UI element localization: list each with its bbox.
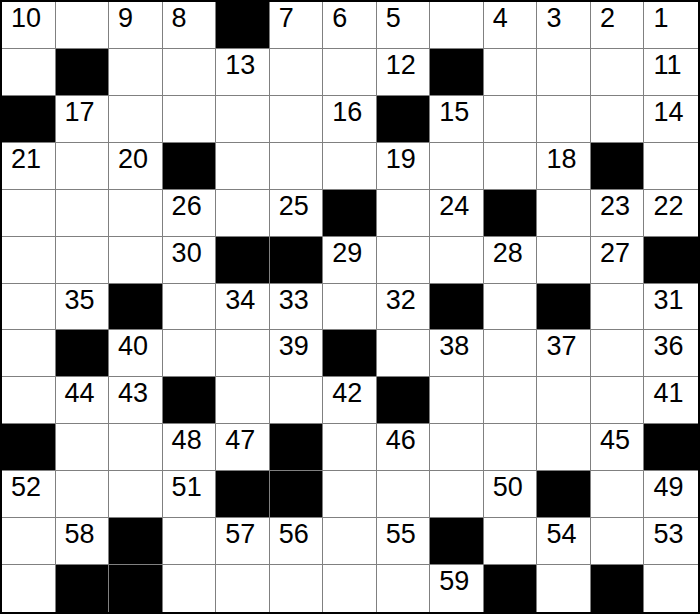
cell-r1c13[interactable]: 1 xyxy=(644,2,698,49)
cell-r3c7[interactable]: 16 xyxy=(323,96,377,143)
clue-number: 34 xyxy=(225,286,255,314)
black-cell-r13c10 xyxy=(484,565,538,612)
cell-r7c5[interactable]: 34 xyxy=(216,284,270,331)
crossword-page: 1098765432113121117161514212019182625242… xyxy=(0,0,700,614)
clue-number: 36 xyxy=(653,332,683,360)
black-cell-r5c7 xyxy=(323,190,377,237)
clue-number: 53 xyxy=(653,520,683,548)
cell-r10c2[interactable] xyxy=(56,424,110,471)
cell-r4c3[interactable]: 20 xyxy=(109,143,163,190)
cell-r1c6[interactable]: 7 xyxy=(270,2,324,49)
clue-number: 14 xyxy=(653,98,683,126)
cell-r8c8[interactable] xyxy=(377,330,431,377)
cell-r6c12[interactable]: 27 xyxy=(591,237,645,284)
clue-number: 57 xyxy=(225,520,255,548)
cell-r2c13[interactable]: 11 xyxy=(644,49,698,96)
cell-r5c5[interactable] xyxy=(216,190,270,237)
cell-r7c7[interactable] xyxy=(323,284,377,331)
cell-r8c11[interactable]: 37 xyxy=(537,330,591,377)
clue-number: 54 xyxy=(546,520,576,548)
clue-number: 4 xyxy=(493,4,508,32)
cell-r9c6[interactable] xyxy=(270,377,324,424)
cell-r12c2[interactable]: 58 xyxy=(56,518,110,565)
cell-r9c5[interactable] xyxy=(216,377,270,424)
cell-r13c1[interactable] xyxy=(2,565,56,612)
cell-r3c12[interactable] xyxy=(591,96,645,143)
cell-r13c8[interactable] xyxy=(377,565,431,612)
black-cell-r13c12 xyxy=(591,565,645,612)
black-cell-r13c2 xyxy=(56,565,110,612)
cell-r13c5[interactable] xyxy=(216,565,270,612)
clue-number: 13 xyxy=(225,51,255,79)
cell-r8c1[interactable] xyxy=(2,330,56,377)
clue-number: 51 xyxy=(172,473,202,501)
cell-r5c4[interactable]: 26 xyxy=(163,190,217,237)
cell-r12c1[interactable] xyxy=(2,518,56,565)
cell-r5c13[interactable]: 22 xyxy=(644,190,698,237)
cell-r1c8[interactable]: 5 xyxy=(377,2,431,49)
cell-r6c11[interactable] xyxy=(537,237,591,284)
cell-r11c9[interactable] xyxy=(430,471,484,518)
cell-r12c12[interactable] xyxy=(591,518,645,565)
cell-r8c13[interactable]: 36 xyxy=(644,330,698,377)
cell-r1c2[interactable] xyxy=(56,2,110,49)
cell-r9c1[interactable] xyxy=(2,377,56,424)
clue-number: 12 xyxy=(386,51,416,79)
cell-r3c11[interactable] xyxy=(537,96,591,143)
clue-number: 59 xyxy=(439,567,469,595)
cell-r10c5[interactable]: 47 xyxy=(216,424,270,471)
cell-r10c10[interactable] xyxy=(484,424,538,471)
clue-number: 28 xyxy=(493,239,523,267)
clue-number: 27 xyxy=(600,239,630,267)
black-cell-r11c5 xyxy=(216,471,270,518)
cell-r2c11[interactable] xyxy=(537,49,591,96)
cell-r10c8[interactable]: 46 xyxy=(377,424,431,471)
cell-r3c10[interactable] xyxy=(484,96,538,143)
black-cell-r9c8 xyxy=(377,377,431,424)
clue-number: 38 xyxy=(439,332,469,360)
black-cell-r1c5 xyxy=(216,2,270,49)
cell-r13c7[interactable] xyxy=(323,565,377,612)
cell-r4c10[interactable] xyxy=(484,143,538,190)
cell-r13c9[interactable]: 59 xyxy=(430,565,484,612)
clue-number: 21 xyxy=(11,145,41,173)
cell-r8c4[interactable] xyxy=(163,330,217,377)
cell-r1c4[interactable]: 8 xyxy=(163,2,217,49)
cell-r2c5[interactable]: 13 xyxy=(216,49,270,96)
black-cell-r3c1 xyxy=(2,96,56,143)
clue-number: 30 xyxy=(172,239,202,267)
cell-r7c2[interactable]: 35 xyxy=(56,284,110,331)
clue-number: 45 xyxy=(600,426,630,454)
black-cell-r13c3 xyxy=(109,565,163,612)
clue-number: 10 xyxy=(11,4,41,32)
clue-number: 9 xyxy=(118,4,133,32)
black-cell-r9c4 xyxy=(163,377,217,424)
cell-r6c1[interactable] xyxy=(2,237,56,284)
black-cell-r7c9 xyxy=(430,284,484,331)
clue-number: 18 xyxy=(546,145,576,173)
black-cell-r11c6 xyxy=(270,471,324,518)
black-cell-r12c3 xyxy=(109,518,163,565)
cell-r3c9[interactable]: 15 xyxy=(430,96,484,143)
cell-r8c5[interactable] xyxy=(216,330,270,377)
clue-number: 20 xyxy=(118,145,148,173)
clue-number: 48 xyxy=(172,426,202,454)
black-cell-r8c7 xyxy=(323,330,377,377)
cell-r1c3[interactable]: 9 xyxy=(109,2,163,49)
black-cell-r4c4 xyxy=(163,143,217,190)
cell-r6c4[interactable]: 30 xyxy=(163,237,217,284)
cell-r11c1[interactable]: 52 xyxy=(2,471,56,518)
cell-r6c10[interactable]: 28 xyxy=(484,237,538,284)
black-cell-r6c5 xyxy=(216,237,270,284)
cell-r10c7[interactable] xyxy=(323,424,377,471)
cell-r10c3[interactable] xyxy=(109,424,163,471)
cell-r3c4[interactable] xyxy=(163,96,217,143)
clue-number: 7 xyxy=(279,4,294,32)
cell-r9c2[interactable]: 44 xyxy=(56,377,110,424)
black-cell-r10c6 xyxy=(270,424,324,471)
cell-r7c8[interactable]: 32 xyxy=(377,284,431,331)
cell-r7c10[interactable] xyxy=(484,284,538,331)
clue-number: 56 xyxy=(279,520,309,548)
cell-r9c10[interactable] xyxy=(484,377,538,424)
cell-r9c3[interactable]: 43 xyxy=(109,377,163,424)
cell-r12c8[interactable]: 55 xyxy=(377,518,431,565)
cell-r4c2[interactable] xyxy=(56,143,110,190)
cell-r11c4[interactable]: 51 xyxy=(163,471,217,518)
cell-r10c9[interactable] xyxy=(430,424,484,471)
clue-number: 58 xyxy=(65,520,95,548)
cell-r9c11[interactable] xyxy=(537,377,591,424)
cell-r3c13[interactable]: 14 xyxy=(644,96,698,143)
cell-r13c11[interactable] xyxy=(537,565,591,612)
cell-r2c6[interactable] xyxy=(270,49,324,96)
cell-r7c13[interactable]: 31 xyxy=(644,284,698,331)
cell-r6c7[interactable]: 29 xyxy=(323,237,377,284)
cell-r3c2[interactable]: 17 xyxy=(56,96,110,143)
clue-number: 40 xyxy=(118,332,148,360)
cell-r5c3[interactable] xyxy=(109,190,163,237)
black-cell-r4c12 xyxy=(591,143,645,190)
black-cell-r6c13 xyxy=(644,237,698,284)
cell-r12c10[interactable] xyxy=(484,518,538,565)
clue-number: 44 xyxy=(65,379,95,407)
cell-r11c13[interactable]: 49 xyxy=(644,471,698,518)
cell-r5c2[interactable] xyxy=(56,190,110,237)
cell-r9c13[interactable]: 41 xyxy=(644,377,698,424)
cell-r6c3[interactable] xyxy=(109,237,163,284)
clue-number: 5 xyxy=(386,4,401,32)
clue-number: 37 xyxy=(546,332,576,360)
clue-number: 17 xyxy=(65,98,95,126)
clue-number: 23 xyxy=(600,192,630,220)
clue-number: 35 xyxy=(65,286,95,314)
cell-r2c7[interactable] xyxy=(323,49,377,96)
cell-r4c1[interactable]: 21 xyxy=(2,143,56,190)
black-cell-r12c9 xyxy=(430,518,484,565)
cell-r2c4[interactable] xyxy=(163,49,217,96)
clue-number: 6 xyxy=(332,4,347,32)
clue-number: 50 xyxy=(493,473,523,501)
cell-r9c7[interactable]: 42 xyxy=(323,377,377,424)
cell-r2c1[interactable] xyxy=(2,49,56,96)
black-cell-r8c2 xyxy=(56,330,110,377)
cell-r8c10[interactable] xyxy=(484,330,538,377)
cell-r13c6[interactable] xyxy=(270,565,324,612)
cell-r4c11[interactable]: 18 xyxy=(537,143,591,190)
cell-r1c9[interactable] xyxy=(430,2,484,49)
cell-r2c3[interactable] xyxy=(109,49,163,96)
black-cell-r10c1 xyxy=(2,424,56,471)
cell-r9c9[interactable] xyxy=(430,377,484,424)
cell-r3c3[interactable] xyxy=(109,96,163,143)
clue-number: 1 xyxy=(653,4,668,32)
cell-r7c12[interactable] xyxy=(591,284,645,331)
cell-r7c1[interactable] xyxy=(2,284,56,331)
cell-r8c12[interactable] xyxy=(591,330,645,377)
clue-number: 2 xyxy=(600,4,615,32)
cell-r8c6[interactable]: 39 xyxy=(270,330,324,377)
black-cell-r3c8 xyxy=(377,96,431,143)
cell-r12c7[interactable] xyxy=(323,518,377,565)
clue-number: 15 xyxy=(439,98,469,126)
clue-number: 24 xyxy=(439,192,469,220)
black-cell-r7c11 xyxy=(537,284,591,331)
cell-r8c3[interactable]: 40 xyxy=(109,330,163,377)
cell-r2c12[interactable] xyxy=(591,49,645,96)
clue-number: 26 xyxy=(172,192,202,220)
clue-number: 52 xyxy=(11,473,41,501)
cell-r1c7[interactable]: 6 xyxy=(323,2,377,49)
cell-r12c4[interactable] xyxy=(163,518,217,565)
cell-r11c3[interactable] xyxy=(109,471,163,518)
clue-number: 19 xyxy=(386,145,416,173)
cell-r3c6[interactable] xyxy=(270,96,324,143)
cell-r6c8[interactable] xyxy=(377,237,431,284)
black-cell-r6c6 xyxy=(270,237,324,284)
cell-r12c13[interactable]: 53 xyxy=(644,518,698,565)
cell-r1c1[interactable]: 10 xyxy=(2,2,56,49)
cell-r1c10[interactable]: 4 xyxy=(484,2,538,49)
cell-r4c5[interactable] xyxy=(216,143,270,190)
clue-number: 49 xyxy=(653,473,683,501)
cell-r8c9[interactable]: 38 xyxy=(430,330,484,377)
clue-number: 55 xyxy=(386,520,416,548)
cell-r5c12[interactable]: 23 xyxy=(591,190,645,237)
cell-r2c10[interactable] xyxy=(484,49,538,96)
cell-r5c8[interactable] xyxy=(377,190,431,237)
cell-r4c8[interactable]: 19 xyxy=(377,143,431,190)
black-cell-r2c9 xyxy=(430,49,484,96)
cell-r9c12[interactable] xyxy=(591,377,645,424)
crossword-grid: 1098765432113121117161514212019182625242… xyxy=(0,0,700,614)
clue-number: 16 xyxy=(332,98,362,126)
clue-number: 31 xyxy=(653,286,683,314)
clue-number: 29 xyxy=(332,239,362,267)
clue-number: 11 xyxy=(653,51,681,79)
cell-r12c6[interactable]: 56 xyxy=(270,518,324,565)
clue-number: 47 xyxy=(225,426,255,454)
clue-number: 32 xyxy=(386,286,416,314)
cell-r1c12[interactable]: 2 xyxy=(591,2,645,49)
clue-number: 46 xyxy=(386,426,416,454)
cell-r7c4[interactable] xyxy=(163,284,217,331)
clue-number: 42 xyxy=(332,379,362,407)
cell-r6c2[interactable] xyxy=(56,237,110,284)
cell-r4c6[interactable] xyxy=(270,143,324,190)
cell-r4c13[interactable] xyxy=(644,143,698,190)
cell-r1c11[interactable]: 3 xyxy=(537,2,591,49)
clue-number: 41 xyxy=(653,379,683,407)
clue-number: 25 xyxy=(279,192,309,220)
black-cell-r7c3 xyxy=(109,284,163,331)
cell-r6c9[interactable] xyxy=(430,237,484,284)
cell-r11c10[interactable]: 50 xyxy=(484,471,538,518)
black-cell-r11c11 xyxy=(537,471,591,518)
cell-r12c11[interactable]: 54 xyxy=(537,518,591,565)
black-cell-r10c13 xyxy=(644,424,698,471)
cell-r10c12[interactable]: 45 xyxy=(591,424,645,471)
clue-number: 33 xyxy=(279,286,309,314)
cell-r3c5[interactable] xyxy=(216,96,270,143)
black-cell-r5c10 xyxy=(484,190,538,237)
clue-number: 3 xyxy=(546,4,561,32)
clue-number: 39 xyxy=(279,332,309,360)
cell-r11c12[interactable] xyxy=(591,471,645,518)
cell-r10c4[interactable]: 48 xyxy=(163,424,217,471)
cell-r7c6[interactable]: 33 xyxy=(270,284,324,331)
cell-r2c8[interactable]: 12 xyxy=(377,49,431,96)
cell-r4c7[interactable] xyxy=(323,143,377,190)
cell-r13c13[interactable] xyxy=(644,565,698,612)
clue-number: 43 xyxy=(118,379,148,407)
cell-r4c9[interactable] xyxy=(430,143,484,190)
cell-r5c9[interactable]: 24 xyxy=(430,190,484,237)
cell-r5c1[interactable] xyxy=(2,190,56,237)
clue-number: 8 xyxy=(172,4,187,32)
cell-r12c5[interactable]: 57 xyxy=(216,518,270,565)
cell-r5c11[interactable] xyxy=(537,190,591,237)
clue-number: 22 xyxy=(653,192,683,220)
cell-r5c6[interactable]: 25 xyxy=(270,190,324,237)
cell-r11c7[interactable] xyxy=(323,471,377,518)
black-cell-r2c2 xyxy=(56,49,110,96)
cell-r11c2[interactable] xyxy=(56,471,110,518)
cell-r11c8[interactable] xyxy=(377,471,431,518)
cell-r10c11[interactable] xyxy=(537,424,591,471)
cell-r13c4[interactable] xyxy=(163,565,217,612)
